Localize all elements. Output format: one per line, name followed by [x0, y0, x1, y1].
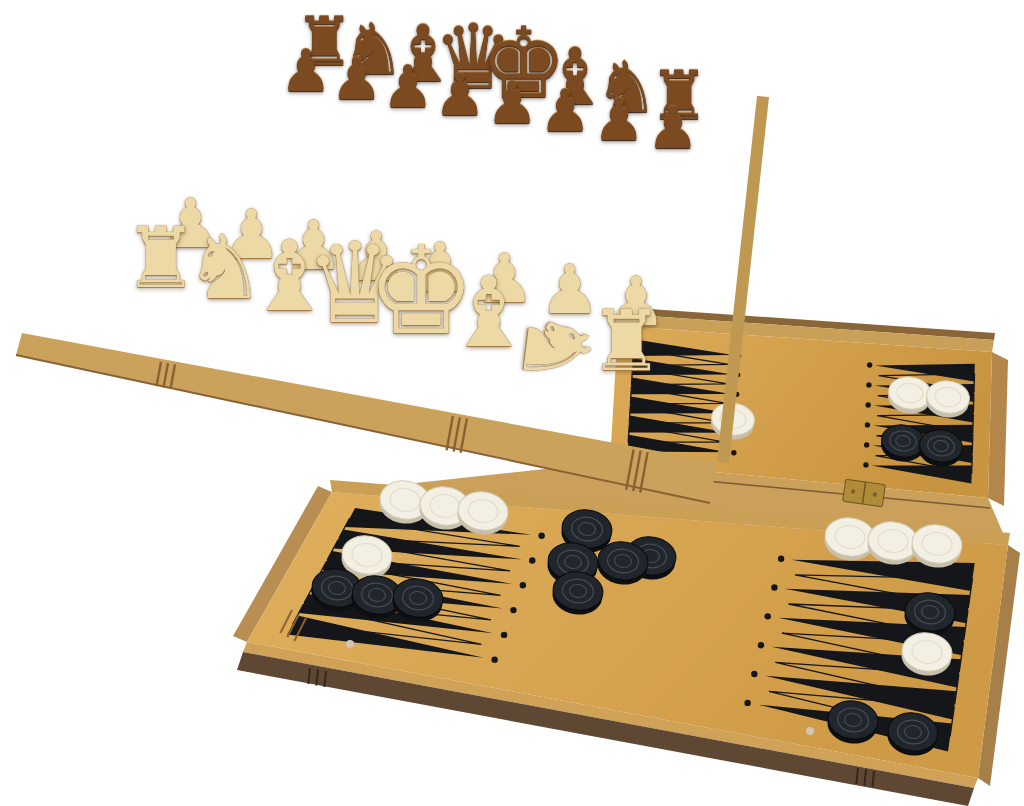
chess-board-bottom-edge-face: [16, 333, 717, 503]
near-panel-dot: [771, 584, 777, 590]
near-panel-dot: [751, 671, 757, 677]
case-drawing: [0, 0, 1024, 806]
far-panel-dot: [865, 402, 870, 407]
magnet-dot: [806, 727, 814, 735]
board-edge-line: [16, 355, 710, 503]
near-panel-dot: [520, 582, 526, 588]
near-panel-dot: [744, 700, 750, 706]
far-panel-dot: [863, 462, 868, 467]
near-panel-dot: [778, 555, 784, 561]
far-panel-dot: [864, 442, 869, 447]
far-panel-dot: [866, 382, 871, 387]
near-panel-dot: [538, 533, 544, 539]
far-panel-dot: [867, 362, 872, 367]
product-photo-scene: AABBCCDDEEFFGGHH1122334455667788 ♜♞♝♛♚♝♞…: [0, 0, 1024, 806]
near-panel-dot: [529, 557, 535, 563]
far-panel-dot: [865, 422, 870, 427]
magnet-dot: [346, 640, 354, 648]
far-panel-dot: [731, 450, 736, 455]
backgammon-case: [0, 0, 1024, 806]
near-panel-dot: [758, 642, 764, 648]
near-panel-dot: [765, 613, 771, 619]
near-panel-dot: [501, 632, 507, 638]
near-panel-dot: [491, 656, 497, 662]
near-panel-dot: [510, 607, 516, 613]
